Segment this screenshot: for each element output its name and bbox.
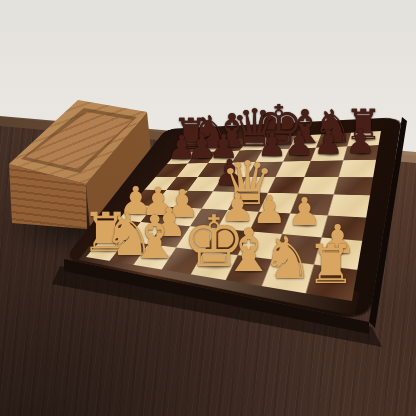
chess-set-photo: ♜♞♝♚♛♝♞♜♟♟♟♟♟♟♟♟♛♟♟♟♟♟♟♟♜♞♟♝♚♝♞♜ <box>0 0 416 416</box>
square-h7 <box>342 145 379 161</box>
square-h8 <box>346 131 381 146</box>
square-g5 <box>298 176 337 194</box>
square-g7 <box>311 146 346 161</box>
square-g4 <box>291 194 333 215</box>
square-h5 <box>332 176 373 195</box>
square-h4 <box>326 194 370 216</box>
square-g6 <box>305 160 342 176</box>
square-h6 <box>337 160 376 177</box>
